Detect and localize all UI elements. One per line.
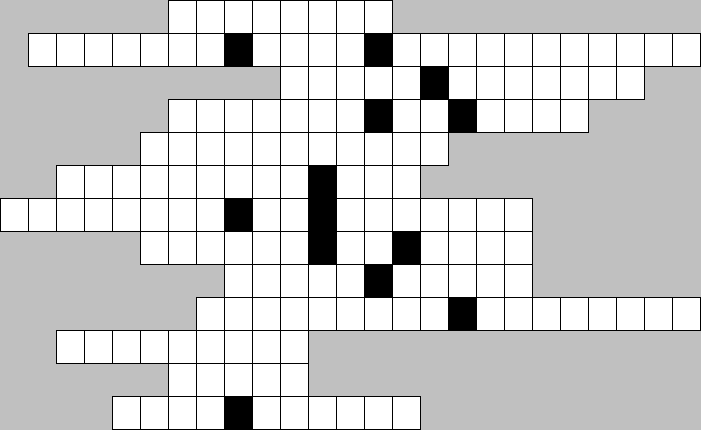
white-letter-cell[interactable] — [336, 33, 365, 67]
white-letter-cell[interactable] — [252, 132, 281, 166]
white-letter-cell[interactable] — [560, 297, 589, 331]
white-letter-cell[interactable] — [196, 363, 225, 397]
white-letter-cell[interactable] — [196, 297, 225, 331]
white-letter-cell[interactable] — [56, 198, 85, 232]
black-blocked-cell — [308, 165, 337, 199]
white-letter-cell[interactable] — [0, 198, 29, 232]
white-letter-cell[interactable] — [308, 0, 337, 34]
white-letter-cell[interactable] — [560, 33, 589, 67]
white-letter-cell[interactable] — [308, 66, 337, 100]
white-letter-cell[interactable] — [476, 66, 505, 100]
white-letter-cell[interactable] — [280, 165, 309, 199]
white-letter-cell[interactable] — [224, 99, 253, 133]
white-letter-cell[interactable] — [168, 363, 197, 397]
white-letter-cell[interactable] — [476, 264, 505, 298]
white-letter-cell[interactable] — [252, 231, 281, 265]
white-letter-cell[interactable] — [420, 99, 449, 133]
white-letter-cell[interactable] — [252, 297, 281, 331]
white-letter-cell[interactable] — [364, 165, 393, 199]
black-blocked-cell — [448, 297, 477, 331]
black-blocked-cell — [364, 99, 393, 133]
white-letter-cell[interactable] — [280, 396, 309, 430]
white-letter-cell[interactable] — [476, 33, 505, 67]
crossword-grid — [0, 0, 701, 430]
white-letter-cell[interactable] — [56, 33, 85, 67]
white-letter-cell[interactable] — [112, 165, 141, 199]
white-letter-cell[interactable] — [168, 0, 197, 34]
white-letter-cell[interactable] — [252, 198, 281, 232]
white-letter-cell[interactable] — [392, 198, 421, 232]
white-letter-cell[interactable] — [252, 396, 281, 430]
white-letter-cell[interactable] — [336, 198, 365, 232]
white-letter-cell[interactable] — [168, 165, 197, 199]
white-letter-cell[interactable] — [280, 231, 309, 265]
white-letter-cell[interactable] — [168, 33, 197, 67]
white-letter-cell[interactable] — [112, 330, 141, 364]
white-letter-cell[interactable] — [364, 231, 393, 265]
white-letter-cell[interactable] — [504, 99, 533, 133]
white-letter-cell[interactable] — [224, 330, 253, 364]
white-letter-cell[interactable] — [392, 297, 421, 331]
white-letter-cell[interactable] — [336, 165, 365, 199]
white-letter-cell[interactable] — [308, 396, 337, 430]
white-letter-cell[interactable] — [532, 33, 561, 67]
white-letter-cell[interactable] — [504, 198, 533, 232]
white-letter-cell[interactable] — [336, 297, 365, 331]
white-letter-cell[interactable] — [280, 297, 309, 331]
white-letter-cell[interactable] — [476, 297, 505, 331]
white-letter-cell[interactable] — [224, 297, 253, 331]
white-letter-cell[interactable] — [588, 297, 617, 331]
white-letter-cell[interactable] — [420, 33, 449, 67]
white-letter-cell[interactable] — [420, 132, 449, 166]
black-blocked-cell — [224, 198, 253, 232]
white-letter-cell[interactable] — [504, 264, 533, 298]
white-letter-cell[interactable] — [532, 99, 561, 133]
white-letter-cell[interactable] — [448, 231, 477, 265]
white-letter-cell[interactable] — [84, 198, 113, 232]
white-letter-cell[interactable] — [112, 33, 141, 67]
white-letter-cell[interactable] — [196, 330, 225, 364]
white-letter-cell[interactable] — [252, 264, 281, 298]
white-letter-cell[interactable] — [308, 99, 337, 133]
white-letter-cell[interactable] — [308, 33, 337, 67]
white-letter-cell[interactable] — [280, 0, 309, 34]
black-blocked-cell — [224, 33, 253, 67]
white-letter-cell[interactable] — [364, 66, 393, 100]
white-letter-cell[interactable] — [56, 165, 85, 199]
white-letter-cell[interactable] — [252, 165, 281, 199]
white-letter-cell[interactable] — [476, 198, 505, 232]
white-letter-cell[interactable] — [364, 0, 393, 34]
white-letter-cell[interactable] — [84, 33, 113, 67]
white-letter-cell[interactable] — [252, 33, 281, 67]
black-blocked-cell — [308, 198, 337, 232]
white-letter-cell[interactable] — [112, 198, 141, 232]
white-letter-cell[interactable] — [644, 297, 673, 331]
black-blocked-cell — [420, 66, 449, 100]
white-letter-cell[interactable] — [196, 198, 225, 232]
white-letter-cell[interactable] — [336, 132, 365, 166]
white-letter-cell[interactable] — [448, 33, 477, 67]
white-letter-cell[interactable] — [224, 165, 253, 199]
white-letter-cell[interactable] — [28, 33, 57, 67]
white-letter-cell[interactable] — [364, 396, 393, 430]
white-letter-cell[interactable] — [280, 330, 309, 364]
white-letter-cell[interactable] — [504, 66, 533, 100]
white-letter-cell[interactable] — [448, 264, 477, 298]
white-letter-cell[interactable] — [168, 330, 197, 364]
white-letter-cell[interactable] — [448, 198, 477, 232]
white-letter-cell[interactable] — [224, 363, 253, 397]
white-letter-cell[interactable] — [56, 330, 85, 364]
white-letter-cell[interactable] — [28, 198, 57, 232]
black-blocked-cell — [448, 99, 477, 133]
white-letter-cell[interactable] — [672, 33, 701, 67]
white-letter-cell[interactable] — [616, 297, 645, 331]
white-letter-cell[interactable] — [196, 33, 225, 67]
white-letter-cell[interactable] — [140, 33, 169, 67]
white-letter-cell[interactable] — [168, 231, 197, 265]
white-letter-cell[interactable] — [168, 198, 197, 232]
white-letter-cell[interactable] — [364, 132, 393, 166]
white-letter-cell[interactable] — [532, 297, 561, 331]
white-letter-cell[interactable] — [532, 66, 561, 100]
white-letter-cell[interactable] — [196, 99, 225, 133]
white-letter-cell[interactable] — [308, 264, 337, 298]
white-letter-cell[interactable] — [140, 231, 169, 265]
white-letter-cell[interactable] — [616, 33, 645, 67]
white-letter-cell[interactable] — [140, 165, 169, 199]
white-letter-cell[interactable] — [196, 0, 225, 34]
white-letter-cell[interactable] — [420, 198, 449, 232]
black-blocked-cell — [308, 231, 337, 265]
black-blocked-cell — [364, 33, 393, 67]
white-letter-cell[interactable] — [224, 0, 253, 34]
white-letter-cell[interactable] — [588, 66, 617, 100]
white-letter-cell[interactable] — [196, 396, 225, 430]
white-letter-cell[interactable] — [196, 132, 225, 166]
white-letter-cell[interactable] — [448, 66, 477, 100]
white-letter-cell[interactable] — [560, 66, 589, 100]
white-letter-cell[interactable] — [336, 264, 365, 298]
white-letter-cell[interactable] — [252, 99, 281, 133]
white-letter-cell[interactable] — [280, 99, 309, 133]
white-letter-cell[interactable] — [280, 132, 309, 166]
white-letter-cell[interactable] — [420, 297, 449, 331]
white-letter-cell[interactable] — [336, 66, 365, 100]
white-letter-cell[interactable] — [392, 33, 421, 67]
white-letter-cell[interactable] — [616, 66, 645, 100]
white-letter-cell[interactable] — [504, 231, 533, 265]
white-letter-cell[interactable] — [336, 231, 365, 265]
white-letter-cell[interactable] — [672, 297, 701, 331]
black-blocked-cell — [392, 231, 421, 265]
white-letter-cell[interactable] — [140, 132, 169, 166]
white-letter-cell[interactable] — [644, 33, 673, 67]
white-letter-cell[interactable] — [476, 231, 505, 265]
white-letter-cell[interactable] — [280, 198, 309, 232]
white-letter-cell[interactable] — [112, 396, 141, 430]
black-blocked-cell — [364, 264, 393, 298]
white-letter-cell[interactable] — [196, 231, 225, 265]
white-letter-cell[interactable] — [168, 132, 197, 166]
white-letter-cell[interactable] — [308, 132, 337, 166]
white-letter-cell[interactable] — [224, 231, 253, 265]
white-letter-cell[interactable] — [504, 33, 533, 67]
white-letter-cell[interactable] — [224, 132, 253, 166]
white-letter-cell[interactable] — [364, 198, 393, 232]
white-letter-cell[interactable] — [280, 264, 309, 298]
white-letter-cell[interactable] — [336, 99, 365, 133]
white-letter-cell[interactable] — [280, 363, 309, 397]
white-letter-cell[interactable] — [224, 264, 253, 298]
white-letter-cell[interactable] — [420, 264, 449, 298]
white-letter-cell[interactable] — [140, 330, 169, 364]
white-letter-cell[interactable] — [84, 165, 113, 199]
white-letter-cell[interactable] — [140, 198, 169, 232]
white-letter-cell[interactable] — [140, 396, 169, 430]
white-letter-cell[interactable] — [588, 33, 617, 67]
white-letter-cell[interactable] — [252, 330, 281, 364]
white-letter-cell[interactable] — [84, 330, 113, 364]
white-letter-cell[interactable] — [392, 264, 421, 298]
white-letter-cell[interactable] — [336, 0, 365, 34]
white-letter-cell[interactable] — [252, 363, 281, 397]
white-letter-cell[interactable] — [280, 66, 309, 100]
white-letter-cell[interactable] — [308, 297, 337, 331]
white-letter-cell[interactable] — [196, 165, 225, 199]
white-letter-cell[interactable] — [168, 396, 197, 430]
white-letter-cell[interactable] — [252, 0, 281, 34]
white-letter-cell[interactable] — [336, 396, 365, 430]
white-letter-cell[interactable] — [392, 165, 421, 199]
white-letter-cell[interactable] — [168, 99, 197, 133]
white-letter-cell[interactable] — [392, 396, 421, 430]
white-letter-cell[interactable] — [560, 99, 589, 133]
white-letter-cell[interactable] — [392, 132, 421, 166]
white-letter-cell[interactable] — [420, 231, 449, 265]
white-letter-cell[interactable] — [364, 297, 393, 331]
white-letter-cell[interactable] — [392, 66, 421, 100]
white-letter-cell[interactable] — [504, 297, 533, 331]
white-letter-cell[interactable] — [476, 99, 505, 133]
white-letter-cell[interactable] — [280, 33, 309, 67]
white-letter-cell[interactable] — [392, 99, 421, 133]
black-blocked-cell — [224, 396, 253, 430]
